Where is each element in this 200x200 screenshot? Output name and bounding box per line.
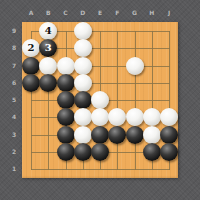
stone-white-e5[interactable] (91, 91, 109, 109)
stone-black-j3[interactable] (160, 126, 178, 144)
stone-white-b7[interactable] (39, 57, 57, 75)
stone-black-a7[interactable] (22, 57, 40, 75)
stone-black-f3[interactable] (108, 126, 126, 144)
stone-white-c7[interactable] (57, 57, 75, 75)
stone-black-c4[interactable] (57, 108, 75, 126)
column-labels: ABCDEFGHJ (22, 9, 178, 18)
column-label-c: C (61, 9, 71, 17)
stone-white-d9[interactable] (74, 22, 92, 40)
column-label-j: J (164, 9, 174, 17)
row-label-1: 1 (8, 165, 20, 173)
column-label-g: G (130, 9, 140, 17)
grid-line-horizontal (31, 169, 170, 170)
row-label-4: 4 (8, 113, 20, 121)
move-number-3: 3 (39, 39, 57, 57)
stone-white-b9[interactable]: 4 (39, 22, 57, 40)
stone-white-h4[interactable] (143, 108, 161, 126)
stone-white-d7[interactable] (74, 57, 92, 75)
row-label-7: 7 (8, 62, 20, 70)
row-label-6: 6 (8, 79, 20, 87)
stone-black-b6[interactable] (39, 74, 57, 92)
stone-black-c3[interactable] (57, 126, 75, 144)
move-number-4: 4 (39, 22, 57, 40)
column-label-e: E (95, 9, 105, 17)
stone-black-j2[interactable] (160, 143, 178, 161)
stone-white-h3[interactable] (143, 126, 161, 144)
stone-white-e4[interactable] (91, 108, 109, 126)
row-label-5: 5 (8, 96, 20, 104)
stone-white-d8[interactable] (74, 39, 92, 57)
stone-white-g7[interactable] (126, 57, 144, 75)
column-label-h: H (147, 9, 157, 17)
row-label-2: 2 (8, 148, 20, 156)
column-label-d: D (78, 9, 88, 17)
stone-black-e3[interactable] (91, 126, 109, 144)
stone-black-a6[interactable] (22, 74, 40, 92)
go-diagram: ABCDEFGHJ 987654321 423 (0, 0, 200, 200)
stone-black-b8[interactable]: 3 (39, 39, 57, 57)
move-number-2: 2 (22, 39, 40, 57)
column-label-b: B (43, 9, 53, 17)
stone-black-d5[interactable] (74, 91, 92, 109)
row-label-3: 3 (8, 131, 20, 139)
column-label-f: F (112, 9, 122, 17)
stone-white-a8[interactable]: 2 (22, 39, 40, 57)
stone-black-g3[interactable] (126, 126, 144, 144)
row-labels: 987654321 (8, 22, 20, 178)
grid-line-vertical (135, 31, 136, 170)
stone-black-h2[interactable] (143, 143, 161, 161)
stone-black-c2[interactable] (57, 143, 75, 161)
column-label-a: A (26, 9, 36, 17)
row-label-8: 8 (8, 44, 20, 52)
stone-black-c5[interactable] (57, 91, 75, 109)
goban[interactable]: 423 (22, 22, 178, 178)
stone-white-d6[interactable] (74, 74, 92, 92)
row-label-9: 9 (8, 27, 20, 35)
stone-black-e2[interactable] (91, 143, 109, 161)
stone-black-c6[interactable] (57, 74, 75, 92)
stone-white-d4[interactable] (74, 108, 92, 126)
stone-white-j4[interactable] (160, 108, 178, 126)
stone-white-d3[interactable] (74, 126, 92, 144)
stone-black-d2[interactable] (74, 143, 92, 161)
stone-white-g4[interactable] (126, 108, 144, 126)
grid-line-vertical (117, 31, 118, 170)
stone-white-f4[interactable] (108, 108, 126, 126)
